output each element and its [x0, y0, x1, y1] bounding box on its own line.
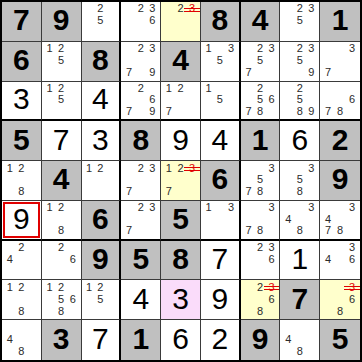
- candidate-5: 5: [55, 55, 67, 67]
- empty-mark-slot: [346, 67, 358, 79]
- empty-mark-slot: [214, 67, 225, 79]
- empty-mark-slot: [67, 225, 79, 237]
- cell-r4c4[interactable]: 8: [121, 121, 161, 161]
- cell-r6c9[interactable]: 3478: [320, 201, 360, 241]
- empty-mark-slot: [322, 281, 334, 293]
- pencil-marks: 25678: [243, 83, 278, 118]
- cell-r7c7[interactable]: 236: [241, 241, 281, 281]
- empty-mark-slot: [16, 174, 28, 186]
- empty-mark-slot: [282, 3, 294, 15]
- pencil-marks: 236: [123, 3, 158, 39]
- given-digit: 3: [53, 324, 70, 354]
- candidate-6: 6: [266, 254, 278, 266]
- cell-r1c3[interactable]: 25: [82, 2, 122, 42]
- pencil-marks: 235: [282, 3, 317, 39]
- candidate-2: 2: [95, 162, 106, 174]
- candidate-6: 6: [266, 293, 278, 305]
- cell-r9c7[interactable]: 9: [241, 320, 281, 360]
- solved-digit: 4: [132, 284, 149, 314]
- cell-r1c7[interactable]: 4: [241, 2, 281, 42]
- empty-mark-slot: [84, 174, 95, 186]
- empty-mark-slot: [294, 67, 306, 79]
- empty-mark-slot: [55, 213, 67, 225]
- candidate-2: 2: [135, 162, 147, 174]
- empty-mark-slot: [203, 213, 214, 225]
- cell-r6c3[interactable]: 6: [82, 201, 122, 241]
- candidate-1: 1: [163, 83, 175, 95]
- cell-r1c6[interactable]: 8: [201, 2, 241, 42]
- empty-mark-slot: [27, 254, 39, 266]
- cell-r9c1[interactable]: 48: [2, 320, 42, 360]
- cell-r9c4[interactable]: 1: [121, 320, 161, 360]
- given-digit: 5: [13, 125, 30, 155]
- empty-mark-slot: [55, 67, 67, 79]
- cell-r1c8[interactable]: 235: [280, 2, 320, 42]
- cell-r6c1[interactable]: 9: [2, 201, 42, 241]
- cell-r7c3[interactable]: 9: [82, 241, 122, 281]
- candidate-5: 5: [254, 94, 266, 106]
- cell-r3c9[interactable]: 678: [320, 82, 360, 122]
- pencil-marks: 3478: [322, 202, 358, 237]
- candidate-3: 3: [266, 162, 278, 174]
- candidate-8: 8: [254, 186, 266, 198]
- pencil-marks: 128: [4, 281, 39, 317]
- sudoku-board: 7925236238423516125823794135235723593731…: [0, 0, 362, 362]
- empty-mark-slot: [106, 27, 117, 39]
- empty-mark-slot: [84, 293, 95, 305]
- empty-mark-slot: [322, 43, 334, 55]
- candidate-6: 6: [346, 94, 358, 106]
- candidate-2: 2: [55, 43, 67, 55]
- cell-r3c4[interactable]: 2679: [121, 82, 161, 122]
- empty-mark-slot: [266, 213, 278, 225]
- cell-r1c2[interactable]: 9: [42, 2, 82, 42]
- empty-mark-slot: [243, 162, 255, 174]
- empty-mark-slot: [203, 94, 214, 106]
- given-digit: 6: [13, 45, 30, 75]
- candidate-2: 2: [55, 83, 67, 95]
- cell-r9c8[interactable]: 48: [280, 320, 320, 360]
- cell-r5c2[interactable]: 4: [42, 161, 82, 201]
- empty-mark-slot: [16, 321, 28, 333]
- empty-mark-slot: [135, 213, 147, 225]
- cell-r9c3[interactable]: 7: [82, 320, 122, 360]
- given-digit: 9: [92, 244, 109, 274]
- empty-mark-slot: [334, 94, 346, 106]
- candidate-5: 5: [55, 293, 67, 305]
- empty-mark-slot: [123, 15, 135, 27]
- candidate-4: 4: [4, 254, 16, 266]
- pencil-marks: 358: [282, 162, 317, 198]
- empty-mark-slot: [282, 202, 294, 214]
- empty-mark-slot: [282, 27, 294, 39]
- empty-mark-slot: [334, 242, 346, 254]
- empty-mark-slot: [306, 27, 318, 39]
- cell-r7c1[interactable]: 24: [2, 241, 42, 281]
- empty-mark-slot: [322, 94, 334, 106]
- cell-r8c4[interactable]: 4: [121, 280, 161, 320]
- cell-r8c9[interactable]: 368: [320, 280, 360, 320]
- cell-r2c3[interactable]: 8: [82, 42, 122, 82]
- candidate-1: 1: [44, 281, 56, 293]
- candidate-5: 5: [214, 55, 225, 67]
- empty-mark-slot: [322, 55, 334, 67]
- cell-r6c4[interactable]: 237: [121, 201, 161, 241]
- candidate-2: 2: [294, 43, 306, 55]
- cell-r5c7[interactable]: 3578: [241, 161, 281, 201]
- empty-mark-slot: [254, 202, 266, 214]
- empty-mark-slot: [282, 83, 294, 95]
- solved-digit: 2: [211, 324, 228, 354]
- candidate-9: 9: [147, 106, 159, 118]
- empty-mark-slot: [123, 213, 135, 225]
- cell-r6c7[interactable]: 378: [241, 201, 281, 241]
- cell-r2c1[interactable]: 6: [2, 42, 42, 82]
- pencil-marks: 125: [44, 83, 79, 118]
- empty-mark-slot: [44, 266, 56, 278]
- cell-r2c8[interactable]: 2359: [280, 42, 320, 82]
- candidate-8: 8: [254, 106, 266, 118]
- given-digit: 7: [13, 5, 30, 35]
- empty-mark-slot: [282, 106, 294, 118]
- cell-r8c1[interactable]: 128: [2, 280, 42, 320]
- cell-r1c5[interactable]: 23: [161, 2, 201, 42]
- empty-mark-slot: [44, 213, 56, 225]
- candidate-7: 7: [243, 225, 255, 237]
- empty-mark-slot: [16, 254, 28, 266]
- empty-mark-slot: [147, 225, 159, 237]
- solved-digit: 7: [92, 324, 109, 354]
- pencil-marks: 378: [243, 202, 278, 237]
- empty-mark-slot: [67, 43, 79, 55]
- cell-r8c8[interactable]: 7: [280, 280, 320, 320]
- cell-r7c6[interactable]: 7: [201, 241, 241, 281]
- empty-mark-slot: [135, 15, 147, 27]
- empty-mark-slot: [346, 213, 358, 225]
- empty-mark-slot: [282, 162, 294, 174]
- cell-r8c3[interactable]: 125: [82, 280, 122, 320]
- empty-mark-slot: [334, 67, 346, 79]
- candidate-2: 2: [16, 162, 28, 174]
- given-digit: 8: [92, 45, 109, 75]
- empty-mark-slot: [135, 186, 147, 198]
- empty-mark-slot: [243, 266, 255, 278]
- given-digit: 5: [172, 204, 189, 234]
- candidate-4: 4: [282, 213, 294, 225]
- cell-r2c9[interactable]: 37: [320, 42, 360, 82]
- candidate-9: 9: [306, 67, 318, 79]
- empty-mark-slot: [106, 3, 117, 15]
- solved-digit: 3: [172, 284, 189, 314]
- cell-r5c3[interactable]: 12: [82, 161, 122, 201]
- empty-mark-slot: [186, 174, 198, 186]
- cell-r3c7[interactable]: 25678: [241, 82, 281, 122]
- cell-r4c3[interactable]: 3: [82, 121, 122, 161]
- cell-r3c5[interactable]: 127: [161, 82, 201, 122]
- empty-mark-slot: [67, 55, 79, 67]
- solved-digit: 7: [211, 244, 228, 274]
- cell-r7c2[interactable]: 26: [42, 241, 82, 281]
- solved-digit: 9: [13, 204, 30, 234]
- candidate-5: 5: [254, 174, 266, 186]
- solved-digit: 9: [211, 284, 228, 314]
- cell-r2c4[interactable]: 2379: [121, 42, 161, 82]
- pencil-marks: 13: [203, 202, 237, 237]
- candidate-1: 1: [163, 162, 175, 174]
- empty-mark-slot: [346, 305, 358, 317]
- cell-r7c5[interactable]: 8: [161, 241, 201, 281]
- cell-r1c1[interactable]: 7: [2, 2, 42, 42]
- candidate-1: 1: [44, 83, 56, 95]
- candidate-3: 3: [306, 202, 318, 214]
- empty-mark-slot: [322, 266, 334, 278]
- empty-mark-slot: [322, 83, 334, 95]
- empty-mark-slot: [306, 83, 318, 95]
- empty-mark-slot: [266, 266, 278, 278]
- cell-r9c2[interactable]: 3: [42, 320, 82, 360]
- candidate-1: 1: [4, 162, 16, 174]
- candidate-7: 7: [322, 67, 334, 79]
- empty-mark-slot: [175, 186, 187, 198]
- candidate-2: 2: [55, 202, 67, 214]
- candidate-2: 2: [135, 202, 147, 214]
- empty-mark-slot: [306, 94, 318, 106]
- cell-r6c5[interactable]: 5: [161, 201, 201, 241]
- candidate-6: 6: [147, 15, 159, 27]
- empty-mark-slot: [294, 27, 306, 39]
- pencil-marks: 348: [282, 202, 317, 237]
- candidate-6: 6: [346, 293, 358, 305]
- cell-r8c7[interactable]: 2368: [241, 280, 281, 320]
- cell-r7c8[interactable]: 1: [280, 241, 320, 281]
- candidate-9: 9: [147, 67, 159, 79]
- candidate-3-eliminated: 3: [186, 162, 198, 174]
- cell-r8c5[interactable]: 3: [161, 280, 201, 320]
- empty-mark-slot: [163, 94, 175, 106]
- empty-mark-slot: [322, 293, 334, 305]
- empty-mark-slot: [334, 202, 346, 214]
- candidate-2: 2: [16, 242, 28, 254]
- cell-r4c6[interactable]: 4: [201, 121, 241, 161]
- empty-mark-slot: [135, 27, 147, 39]
- empty-mark-slot: [27, 162, 39, 174]
- candidate-3: 3: [225, 202, 236, 214]
- cell-r3c3[interactable]: 4: [82, 82, 122, 122]
- empty-mark-slot: [123, 55, 135, 67]
- pencil-marks: 2679: [123, 83, 158, 118]
- cell-r2c2[interactable]: 125: [42, 42, 82, 82]
- cell-r3c2[interactable]: 125: [42, 82, 82, 122]
- empty-mark-slot: [16, 266, 28, 278]
- candidate-2: 2: [294, 83, 306, 95]
- empty-mark-slot: [214, 202, 225, 214]
- empty-mark-slot: [346, 55, 358, 67]
- empty-mark-slot: [84, 305, 95, 317]
- candidate-3: 3: [346, 242, 358, 254]
- candidate-6: 6: [147, 94, 159, 106]
- cell-r7c4[interactable]: 5: [121, 241, 161, 281]
- empty-mark-slot: [266, 174, 278, 186]
- empty-mark-slot: [44, 106, 56, 118]
- empty-mark-slot: [67, 242, 79, 254]
- candidate-5: 5: [254, 55, 266, 67]
- empty-mark-slot: [203, 106, 214, 118]
- cell-r5c6[interactable]: 6: [201, 161, 241, 201]
- empty-mark-slot: [214, 83, 225, 95]
- cell-r6c6[interactable]: 13: [201, 201, 241, 241]
- empty-mark-slot: [27, 174, 39, 186]
- empty-mark-slot: [214, 225, 225, 237]
- cell-r8c2[interactable]: 12568: [42, 280, 82, 320]
- candidate-3-eliminated: 3: [186, 3, 198, 15]
- empty-mark-slot: [254, 162, 266, 174]
- empty-mark-slot: [123, 27, 135, 39]
- empty-mark-slot: [266, 106, 278, 118]
- empty-mark-slot: [95, 305, 106, 317]
- empty-mark-slot: [67, 106, 79, 118]
- given-digit: 8: [211, 5, 228, 35]
- empty-mark-slot: [346, 83, 358, 95]
- empty-mark-slot: [282, 55, 294, 67]
- empty-mark-slot: [67, 266, 79, 278]
- cell-r4c1[interactable]: 5: [2, 121, 42, 161]
- empty-mark-slot: [4, 186, 16, 198]
- candidate-5: 5: [294, 174, 306, 186]
- empty-mark-slot: [225, 106, 236, 118]
- empty-mark-slot: [4, 266, 16, 278]
- cell-r4c8[interactable]: 6: [280, 121, 320, 161]
- empty-mark-slot: [243, 293, 255, 305]
- empty-mark-slot: [254, 213, 266, 225]
- pencil-marks: 2379: [123, 43, 158, 79]
- cell-r9c9[interactable]: 5: [320, 320, 360, 360]
- given-digit: 1: [252, 125, 269, 155]
- empty-mark-slot: [346, 106, 358, 118]
- pencil-marks: 2589: [282, 83, 317, 118]
- cell-r8c6[interactable]: 9: [201, 280, 241, 320]
- empty-mark-slot: [214, 213, 225, 225]
- cell-r5c8[interactable]: 358: [280, 161, 320, 201]
- empty-mark-slot: [106, 186, 117, 198]
- cell-r5c9[interactable]: 9: [320, 161, 360, 201]
- empty-mark-slot: [84, 3, 95, 15]
- cell-r1c4[interactable]: 236: [121, 2, 161, 42]
- candidate-7: 7: [322, 225, 334, 237]
- empty-mark-slot: [147, 213, 159, 225]
- cell-r2c6[interactable]: 135: [201, 42, 241, 82]
- empty-mark-slot: [225, 55, 236, 67]
- given-digit: 4: [53, 164, 70, 194]
- cell-r4c7[interactable]: 1: [241, 121, 281, 161]
- empty-mark-slot: [135, 225, 147, 237]
- given-digit: 5: [132, 244, 149, 274]
- empty-mark-slot: [306, 15, 318, 27]
- candidate-3: 3: [346, 202, 358, 214]
- empty-mark-slot: [4, 346, 16, 358]
- empty-mark-slot: [243, 281, 255, 293]
- cell-r1c9[interactable]: 1: [320, 2, 360, 42]
- pencil-marks: 237: [123, 162, 158, 198]
- empty-mark-slot: [203, 67, 214, 79]
- candidate-3: 3: [266, 242, 278, 254]
- given-digit: 7: [291, 284, 308, 314]
- cell-r3c8[interactable]: 2589: [280, 82, 320, 122]
- pencil-marks: 24: [4, 242, 39, 278]
- empty-mark-slot: [266, 186, 278, 198]
- empty-mark-slot: [175, 174, 187, 186]
- empty-mark-slot: [294, 333, 306, 345]
- cell-r3c1[interactable]: 3: [2, 82, 42, 122]
- empty-mark-slot: [282, 186, 294, 198]
- cell-r4c5[interactable]: 9: [161, 121, 201, 161]
- cell-r5c1[interactable]: 128: [2, 161, 42, 201]
- cell-r6c8[interactable]: 348: [280, 201, 320, 241]
- cell-r5c4[interactable]: 237: [121, 161, 161, 201]
- candidate-2: 2: [294, 3, 306, 15]
- cell-r5c5[interactable]: 1237: [161, 161, 201, 201]
- pencil-marks: 25: [84, 3, 118, 39]
- solved-digit: 6: [291, 125, 308, 155]
- empty-mark-slot: [254, 293, 266, 305]
- empty-mark-slot: [67, 83, 79, 95]
- cell-r2c5[interactable]: 4: [161, 42, 201, 82]
- empty-mark-slot: [135, 94, 147, 106]
- empty-mark-slot: [27, 242, 39, 254]
- cell-r4c2[interactable]: 7: [42, 121, 82, 161]
- empty-mark-slot: [334, 254, 346, 266]
- pencil-marks: 346: [322, 242, 358, 278]
- candidate-1: 1: [84, 162, 95, 174]
- candidate-4: 4: [282, 333, 294, 345]
- empty-mark-slot: [243, 202, 255, 214]
- empty-mark-slot: [84, 15, 95, 27]
- candidate-8: 8: [16, 186, 28, 198]
- pencil-marks: 48: [282, 321, 317, 358]
- cell-r6c2[interactable]: 128: [42, 201, 82, 241]
- solved-digit: 4: [92, 84, 109, 114]
- candidate-2: 2: [254, 43, 266, 55]
- cell-r9c6[interactable]: 2: [201, 320, 241, 360]
- cell-r7c9[interactable]: 346: [320, 241, 360, 281]
- empty-mark-slot: [67, 281, 79, 293]
- candidate-7: 7: [123, 186, 135, 198]
- given-digit: 2: [332, 125, 349, 155]
- candidate-5: 5: [294, 15, 306, 27]
- candidate-1: 1: [203, 83, 214, 95]
- empty-mark-slot: [186, 83, 198, 95]
- empty-mark-slot: [266, 305, 278, 317]
- candidate-8: 8: [294, 186, 306, 198]
- empty-mark-slot: [266, 55, 278, 67]
- pencil-marks: 2359: [282, 43, 317, 79]
- empty-mark-slot: [282, 321, 294, 333]
- candidate-1: 1: [203, 202, 214, 214]
- empty-mark-slot: [147, 174, 159, 186]
- cell-r4c9[interactable]: 2: [320, 121, 360, 161]
- pencil-marks: 12568: [44, 281, 79, 317]
- empty-mark-slot: [95, 174, 106, 186]
- empty-mark-slot: [243, 254, 255, 266]
- candidate-3: 3: [306, 3, 318, 15]
- empty-mark-slot: [306, 186, 318, 198]
- empty-mark-slot: [306, 321, 318, 333]
- empty-mark-slot: [282, 94, 294, 106]
- cell-r9c5[interactable]: 6: [161, 320, 201, 360]
- cell-r2c7[interactable]: 2357: [241, 42, 281, 82]
- cell-r3c6[interactable]: 15: [201, 82, 241, 122]
- empty-mark-slot: [282, 225, 294, 237]
- empty-mark-slot: [243, 83, 255, 95]
